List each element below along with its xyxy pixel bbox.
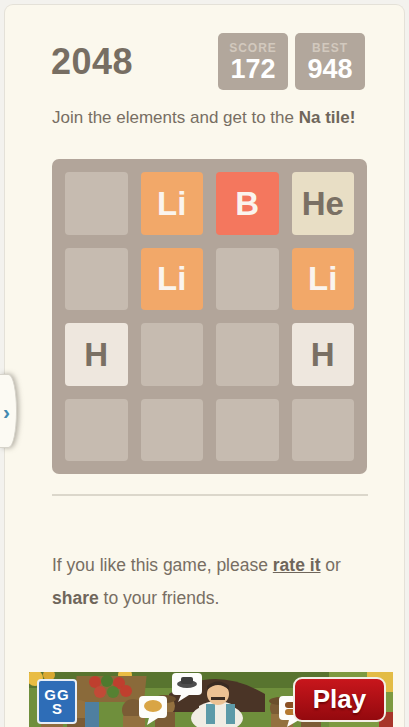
board-cell-empty: [141, 399, 204, 462]
intro-text-main: Join the elements and get to the: [52, 108, 299, 127]
rate-it-link[interactable]: rate it: [273, 555, 321, 575]
play-button[interactable]: Play: [293, 677, 386, 722]
score-label: SCORE: [229, 41, 277, 55]
footer-part3: to your friends.: [99, 588, 220, 608]
best-label: BEST: [312, 41, 348, 55]
divider-line: [52, 494, 368, 496]
score-value: 172: [230, 55, 275, 84]
footer-part2: or: [320, 555, 340, 575]
share-link[interactable]: share: [52, 588, 99, 608]
footer-part1: If you like this game, please: [52, 555, 273, 575]
tile-h: H: [292, 323, 355, 386]
intro-goal: Na tile!: [299, 108, 356, 127]
board-cell-empty: [292, 399, 355, 462]
intro-text: Join the elements and get to the Na tile…: [52, 108, 382, 128]
footer-message: If you like this game, please rate it or…: [52, 549, 372, 615]
tile-he: He: [292, 172, 355, 235]
ggs-logo-bottom: S: [52, 702, 62, 716]
score-panel: SCORE 172 BEST 948: [218, 33, 365, 90]
tile-b: B: [216, 172, 279, 235]
game-page: 2048 SCORE 172 BEST 948 Join the element…: [4, 4, 405, 727]
ad-banner[interactable]: GG S Play: [29, 672, 393, 727]
board-cell-empty: [65, 399, 128, 462]
tile-h: H: [65, 323, 128, 386]
page-title: 2048: [51, 41, 133, 83]
tile-li: Li: [292, 248, 355, 311]
board-cell-empty: [216, 323, 279, 386]
tile-li: Li: [141, 172, 204, 235]
game-board[interactable]: LiBHeLiLiHH: [52, 159, 367, 474]
best-value: 948: [307, 55, 352, 84]
board-cell-empty: [216, 248, 279, 311]
board-cell-empty: [216, 399, 279, 462]
tile-li: Li: [141, 248, 204, 311]
score-box: SCORE 172: [218, 33, 288, 90]
best-box: BEST 948: [295, 33, 365, 90]
board-cell-empty: [65, 172, 128, 235]
chevron-right-icon: ›: [3, 401, 10, 422]
side-drawer-tab[interactable]: ›: [0, 374, 17, 448]
board-cell-empty: [141, 323, 204, 386]
ggs-logo: GG S: [37, 679, 77, 724]
board-cell-empty: [65, 248, 128, 311]
